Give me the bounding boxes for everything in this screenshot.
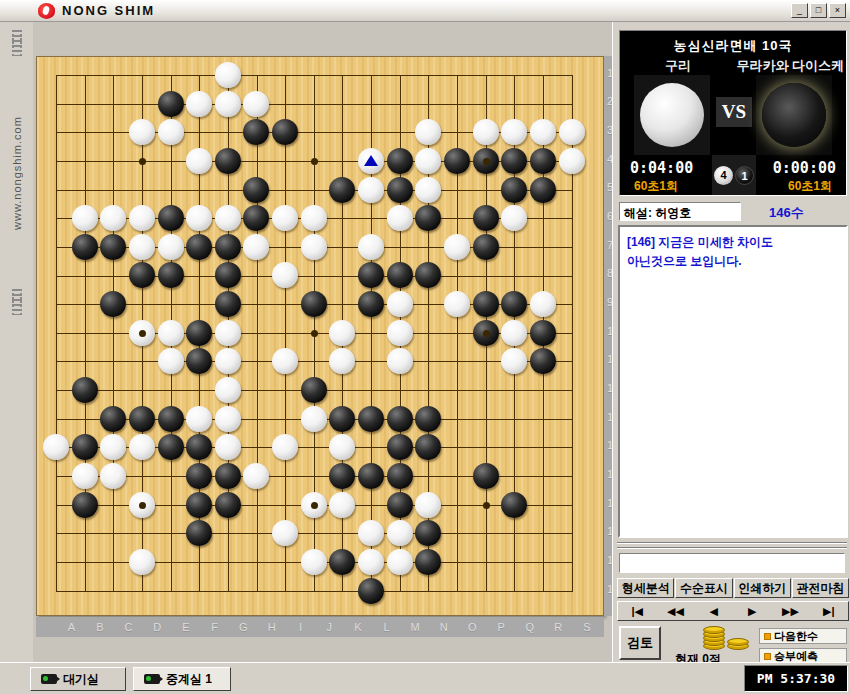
board-point-S16[interactable] bbox=[558, 491, 587, 520]
board-point-Q17[interactable] bbox=[500, 519, 529, 548]
board-point-L9[interactable] bbox=[357, 290, 386, 319]
board-point-A17[interactable] bbox=[42, 519, 71, 548]
board-point-I19[interactable] bbox=[271, 577, 300, 606]
board-point-O2[interactable] bbox=[443, 90, 472, 119]
board-point-D7[interactable] bbox=[128, 233, 157, 262]
board-point-O18[interactable] bbox=[443, 548, 472, 577]
board-point-M18[interactable] bbox=[386, 548, 415, 577]
board-point-K17[interactable] bbox=[328, 519, 357, 548]
board-point-G7[interactable] bbox=[214, 233, 243, 262]
board-point-H1[interactable] bbox=[242, 61, 271, 90]
board-point-R19[interactable] bbox=[529, 577, 558, 606]
board-point-I5[interactable] bbox=[271, 176, 300, 205]
board-point-J3[interactable] bbox=[300, 118, 329, 147]
board-point-G6[interactable] bbox=[214, 204, 243, 233]
board-point-S7[interactable] bbox=[558, 233, 587, 262]
board-point-P9[interactable] bbox=[472, 290, 501, 319]
broadcast-room-button[interactable]: 중계실 1 bbox=[133, 667, 231, 691]
board-point-B9[interactable] bbox=[71, 290, 100, 319]
board-point-K4[interactable] bbox=[328, 147, 357, 176]
board-point-N6[interactable] bbox=[414, 204, 443, 233]
board-point-M12[interactable] bbox=[386, 376, 415, 405]
board-point-D17[interactable] bbox=[128, 519, 157, 548]
board-point-E1[interactable] bbox=[157, 61, 186, 90]
board-point-E2[interactable] bbox=[157, 90, 186, 119]
board-point-Q18[interactable] bbox=[500, 548, 529, 577]
board-point-A1[interactable] bbox=[42, 61, 71, 90]
board-point-K3[interactable] bbox=[328, 118, 357, 147]
board-point-E3[interactable] bbox=[157, 118, 186, 147]
board-point-B11[interactable] bbox=[71, 347, 100, 376]
board-point-O17[interactable] bbox=[443, 519, 472, 548]
board-point-C1[interactable] bbox=[99, 61, 128, 90]
board-point-P3[interactable] bbox=[472, 118, 501, 147]
board-point-J8[interactable] bbox=[300, 261, 329, 290]
board-point-H11[interactable] bbox=[242, 347, 271, 376]
board-point-I4[interactable] bbox=[271, 147, 300, 176]
board-point-F18[interactable] bbox=[185, 548, 214, 577]
nav-button-3[interactable]: ▶ bbox=[733, 602, 771, 620]
board-point-R12[interactable] bbox=[529, 376, 558, 405]
board-point-H13[interactable] bbox=[242, 405, 271, 434]
board-point-K8[interactable] bbox=[328, 261, 357, 290]
board-point-R10[interactable] bbox=[529, 319, 558, 348]
board-point-E15[interactable] bbox=[157, 462, 186, 491]
board-point-S6[interactable] bbox=[558, 204, 587, 233]
board-point-R3[interactable] bbox=[529, 118, 558, 147]
board-point-F6[interactable] bbox=[185, 204, 214, 233]
board-point-P18[interactable] bbox=[472, 548, 501, 577]
board-point-I9[interactable] bbox=[271, 290, 300, 319]
board-point-G14[interactable] bbox=[214, 433, 243, 462]
board-point-S15[interactable] bbox=[558, 462, 587, 491]
board-point-B17[interactable] bbox=[71, 519, 100, 548]
board-point-S4[interactable] bbox=[558, 147, 587, 176]
board-point-D18[interactable] bbox=[128, 548, 157, 577]
waiting-room-button[interactable]: 대기실 bbox=[30, 667, 126, 691]
board-point-M7[interactable] bbox=[386, 233, 415, 262]
nav-button-2[interactable]: ◀ bbox=[695, 602, 733, 620]
board-point-R13[interactable] bbox=[529, 405, 558, 434]
board-point-G19[interactable] bbox=[214, 577, 243, 606]
board-point-A19[interactable] bbox=[42, 577, 71, 606]
board-point-H3[interactable] bbox=[242, 118, 271, 147]
board-point-I13[interactable] bbox=[271, 405, 300, 434]
board-point-F3[interactable] bbox=[185, 118, 214, 147]
board-point-B19[interactable] bbox=[71, 577, 100, 606]
board-point-S18[interactable] bbox=[558, 548, 587, 577]
board-point-I17[interactable] bbox=[271, 519, 300, 548]
board-point-F8[interactable] bbox=[185, 261, 214, 290]
board-point-H10[interactable] bbox=[242, 319, 271, 348]
board-point-A11[interactable] bbox=[42, 347, 71, 376]
board-point-H9[interactable] bbox=[242, 290, 271, 319]
board-point-R15[interactable] bbox=[529, 462, 558, 491]
board-point-N9[interactable] bbox=[414, 290, 443, 319]
board-point-H5[interactable] bbox=[242, 176, 271, 205]
board-point-B16[interactable] bbox=[71, 491, 100, 520]
board-point-F10[interactable] bbox=[185, 319, 214, 348]
board-point-R16[interactable] bbox=[529, 491, 558, 520]
board-point-G17[interactable] bbox=[214, 519, 243, 548]
board-point-O19[interactable] bbox=[443, 577, 472, 606]
board-point-G15[interactable] bbox=[214, 462, 243, 491]
board-point-P14[interactable] bbox=[472, 433, 501, 462]
board-point-P11[interactable] bbox=[472, 347, 501, 376]
board-point-Q11[interactable] bbox=[500, 347, 529, 376]
board-point-L17[interactable] bbox=[357, 519, 386, 548]
board-point-O5[interactable] bbox=[443, 176, 472, 205]
board-point-M8[interactable] bbox=[386, 261, 415, 290]
board-point-C6[interactable] bbox=[99, 204, 128, 233]
board-point-B13[interactable] bbox=[71, 405, 100, 434]
board-point-A13[interactable] bbox=[42, 405, 71, 434]
board-point-L4[interactable] bbox=[357, 147, 386, 176]
commentary-box[interactable]: [146] 지금은 미세한 차이도 아닌것으로 보입니다. bbox=[618, 225, 848, 538]
board-point-S13[interactable] bbox=[558, 405, 587, 434]
board-point-R5[interactable] bbox=[529, 176, 558, 205]
board-point-B4[interactable] bbox=[71, 147, 100, 176]
board-point-K11[interactable] bbox=[328, 347, 357, 376]
board-point-A18[interactable] bbox=[42, 548, 71, 577]
board-point-C12[interactable] bbox=[99, 376, 128, 405]
board-point-P1[interactable] bbox=[472, 61, 501, 90]
board-point-F13[interactable] bbox=[185, 405, 214, 434]
board-point-O1[interactable] bbox=[443, 61, 472, 90]
board-point-F11[interactable] bbox=[185, 347, 214, 376]
board-point-O3[interactable] bbox=[443, 118, 472, 147]
chat-input[interactable] bbox=[619, 553, 845, 573]
board-point-H8[interactable] bbox=[242, 261, 271, 290]
board-point-K1[interactable] bbox=[328, 61, 357, 90]
board-point-R9[interactable] bbox=[529, 290, 558, 319]
board-point-S19[interactable] bbox=[558, 577, 587, 606]
board-point-L19[interactable] bbox=[357, 577, 386, 606]
board-point-J13[interactable] bbox=[300, 405, 329, 434]
board-point-G2[interactable] bbox=[214, 90, 243, 119]
board-point-H17[interactable] bbox=[242, 519, 271, 548]
board-point-F12[interactable] bbox=[185, 376, 214, 405]
board-point-H12[interactable] bbox=[242, 376, 271, 405]
board-point-E8[interactable] bbox=[157, 261, 186, 290]
board-point-I6[interactable] bbox=[271, 204, 300, 233]
board-point-S14[interactable] bbox=[558, 433, 587, 462]
board-point-P2[interactable] bbox=[472, 90, 501, 119]
board-point-N16[interactable] bbox=[414, 491, 443, 520]
board-point-J15[interactable] bbox=[300, 462, 329, 491]
board-point-Q8[interactable] bbox=[500, 261, 529, 290]
board-point-B15[interactable] bbox=[71, 462, 100, 491]
board-point-M10[interactable] bbox=[386, 319, 415, 348]
board-point-C16[interactable] bbox=[99, 491, 128, 520]
board-point-M9[interactable] bbox=[386, 290, 415, 319]
board-point-Q15[interactable] bbox=[500, 462, 529, 491]
board-point-A16[interactable] bbox=[42, 491, 71, 520]
board-point-J6[interactable] bbox=[300, 204, 329, 233]
board-point-H14[interactable] bbox=[242, 433, 271, 462]
board-point-A10[interactable] bbox=[42, 319, 71, 348]
board-point-N19[interactable] bbox=[414, 577, 443, 606]
board-point-C13[interactable] bbox=[99, 405, 128, 434]
board-point-N14[interactable] bbox=[414, 433, 443, 462]
board-point-R14[interactable] bbox=[529, 433, 558, 462]
board-point-Q12[interactable] bbox=[500, 376, 529, 405]
board-point-B8[interactable] bbox=[71, 261, 100, 290]
board-point-G3[interactable] bbox=[214, 118, 243, 147]
board-point-I16[interactable] bbox=[271, 491, 300, 520]
board-point-K9[interactable] bbox=[328, 290, 357, 319]
board-point-F19[interactable] bbox=[185, 577, 214, 606]
board-point-K15[interactable] bbox=[328, 462, 357, 491]
board-point-M5[interactable] bbox=[386, 176, 415, 205]
board-point-B3[interactable] bbox=[71, 118, 100, 147]
board-point-G4[interactable] bbox=[214, 147, 243, 176]
board-point-K6[interactable] bbox=[328, 204, 357, 233]
board-point-P15[interactable] bbox=[472, 462, 501, 491]
board-point-D9[interactable] bbox=[128, 290, 157, 319]
board-point-H15[interactable] bbox=[242, 462, 271, 491]
board-point-N2[interactable] bbox=[414, 90, 443, 119]
board-point-Q3[interactable] bbox=[500, 118, 529, 147]
board-point-L11[interactable] bbox=[357, 347, 386, 376]
board-point-B6[interactable] bbox=[71, 204, 100, 233]
board-point-P12[interactable] bbox=[472, 376, 501, 405]
board-point-N10[interactable] bbox=[414, 319, 443, 348]
board-point-G8[interactable] bbox=[214, 261, 243, 290]
board-point-J5[interactable] bbox=[300, 176, 329, 205]
board-point-N17[interactable] bbox=[414, 519, 443, 548]
board-point-L12[interactable] bbox=[357, 376, 386, 405]
board-point-E11[interactable] bbox=[157, 347, 186, 376]
board-point-L8[interactable] bbox=[357, 261, 386, 290]
board-point-Q13[interactable] bbox=[500, 405, 529, 434]
board-point-K13[interactable] bbox=[328, 405, 357, 434]
board-point-H7[interactable] bbox=[242, 233, 271, 262]
board-point-L6[interactable] bbox=[357, 204, 386, 233]
board-point-G1[interactable] bbox=[214, 61, 243, 90]
board-point-C2[interactable] bbox=[99, 90, 128, 119]
board-point-S10[interactable] bbox=[558, 319, 587, 348]
board-point-K18[interactable] bbox=[328, 548, 357, 577]
board-point-O7[interactable] bbox=[443, 233, 472, 262]
board-point-O10[interactable] bbox=[443, 319, 472, 348]
board-point-E12[interactable] bbox=[157, 376, 186, 405]
board-point-J1[interactable] bbox=[300, 61, 329, 90]
board-point-M16[interactable] bbox=[386, 491, 415, 520]
board-point-K16[interactable] bbox=[328, 491, 357, 520]
board-point-S8[interactable] bbox=[558, 261, 587, 290]
board-point-E9[interactable] bbox=[157, 290, 186, 319]
board-point-D19[interactable] bbox=[128, 577, 157, 606]
board-point-E19[interactable] bbox=[157, 577, 186, 606]
board-point-R4[interactable] bbox=[529, 147, 558, 176]
board-point-B18[interactable] bbox=[71, 548, 100, 577]
board-point-A5[interactable] bbox=[42, 176, 71, 205]
board-point-M6[interactable] bbox=[386, 204, 415, 233]
board-point-A7[interactable] bbox=[42, 233, 71, 262]
board-point-S11[interactable] bbox=[558, 347, 587, 376]
board-point-C11[interactable] bbox=[99, 347, 128, 376]
board-point-H18[interactable] bbox=[242, 548, 271, 577]
board-point-I15[interactable] bbox=[271, 462, 300, 491]
nav-button-4[interactable]: ▶▶ bbox=[771, 602, 809, 620]
board-point-Q4[interactable] bbox=[500, 147, 529, 176]
board-point-E13[interactable] bbox=[157, 405, 186, 434]
board-point-I8[interactable] bbox=[271, 261, 300, 290]
board-point-N8[interactable] bbox=[414, 261, 443, 290]
board-point-M14[interactable] bbox=[386, 433, 415, 462]
board-point-S12[interactable] bbox=[558, 376, 587, 405]
nav-button-0[interactable]: |◀ bbox=[618, 602, 656, 620]
board-point-S5[interactable] bbox=[558, 176, 587, 205]
board-point-N11[interactable] bbox=[414, 347, 443, 376]
board-point-P6[interactable] bbox=[472, 204, 501, 233]
board-point-J2[interactable] bbox=[300, 90, 329, 119]
board-point-L5[interactable] bbox=[357, 176, 386, 205]
board-point-R17[interactable] bbox=[529, 519, 558, 548]
board-point-S3[interactable] bbox=[558, 118, 587, 147]
board-point-D1[interactable] bbox=[128, 61, 157, 90]
board-point-D12[interactable] bbox=[128, 376, 157, 405]
board-point-I3[interactable] bbox=[271, 118, 300, 147]
board-point-F7[interactable] bbox=[185, 233, 214, 262]
board-point-L13[interactable] bbox=[357, 405, 386, 434]
board-point-E4[interactable] bbox=[157, 147, 186, 176]
board-point-D5[interactable] bbox=[128, 176, 157, 205]
board-point-C9[interactable] bbox=[99, 290, 128, 319]
board-point-C18[interactable] bbox=[99, 548, 128, 577]
board-point-F1[interactable] bbox=[185, 61, 214, 90]
board-point-G16[interactable] bbox=[214, 491, 243, 520]
board-point-S2[interactable] bbox=[558, 90, 587, 119]
board-point-F2[interactable] bbox=[185, 90, 214, 119]
board-point-H19[interactable] bbox=[242, 577, 271, 606]
board-point-O16[interactable] bbox=[443, 491, 472, 520]
board-point-P13[interactable] bbox=[472, 405, 501, 434]
board-point-L1[interactable] bbox=[357, 61, 386, 90]
board-point-N7[interactable] bbox=[414, 233, 443, 262]
board-point-D6[interactable] bbox=[128, 204, 157, 233]
board-point-E7[interactable] bbox=[157, 233, 186, 262]
board-point-A3[interactable] bbox=[42, 118, 71, 147]
board-point-I1[interactable] bbox=[271, 61, 300, 90]
board-point-M2[interactable] bbox=[386, 90, 415, 119]
board-point-H2[interactable] bbox=[242, 90, 271, 119]
board-point-O11[interactable] bbox=[443, 347, 472, 376]
board-point-B14[interactable] bbox=[71, 433, 100, 462]
board-point-O14[interactable] bbox=[443, 433, 472, 462]
board-point-I14[interactable] bbox=[271, 433, 300, 462]
board-point-D11[interactable] bbox=[128, 347, 157, 376]
board-point-C7[interactable] bbox=[99, 233, 128, 262]
board-point-G18[interactable] bbox=[214, 548, 243, 577]
board-point-Q14[interactable] bbox=[500, 433, 529, 462]
board-point-D13[interactable] bbox=[128, 405, 157, 434]
button-관전마침[interactable]: 관전마침 bbox=[792, 578, 849, 598]
board-point-J14[interactable] bbox=[300, 433, 329, 462]
board-point-Q6[interactable] bbox=[500, 204, 529, 233]
board-point-N3[interactable] bbox=[414, 118, 443, 147]
board-point-C10[interactable] bbox=[99, 319, 128, 348]
board-point-E16[interactable] bbox=[157, 491, 186, 520]
board-point-A4[interactable] bbox=[42, 147, 71, 176]
board-point-H6[interactable] bbox=[242, 204, 271, 233]
board-point-B7[interactable] bbox=[71, 233, 100, 262]
board-point-J12[interactable] bbox=[300, 376, 329, 405]
board-point-Q19[interactable] bbox=[500, 577, 529, 606]
button-형세분석[interactable]: 형세분석 bbox=[617, 578, 674, 598]
board-point-H16[interactable] bbox=[242, 491, 271, 520]
board-point-M4[interactable] bbox=[386, 147, 415, 176]
board-point-A9[interactable] bbox=[42, 290, 71, 319]
board-point-A14[interactable] bbox=[42, 433, 71, 462]
board-point-L7[interactable] bbox=[357, 233, 386, 262]
board-point-I11[interactable] bbox=[271, 347, 300, 376]
button-수순표시[interactable]: 수순표시 bbox=[675, 578, 732, 598]
board-point-L18[interactable] bbox=[357, 548, 386, 577]
board-point-R1[interactable] bbox=[529, 61, 558, 90]
board-point-R8[interactable] bbox=[529, 261, 558, 290]
board-point-L15[interactable] bbox=[357, 462, 386, 491]
board-point-Q16[interactable] bbox=[500, 491, 529, 520]
board-point-F17[interactable] bbox=[185, 519, 214, 548]
board-point-F5[interactable] bbox=[185, 176, 214, 205]
board-point-R7[interactable] bbox=[529, 233, 558, 262]
board-point-P17[interactable] bbox=[472, 519, 501, 548]
board-point-G11[interactable] bbox=[214, 347, 243, 376]
board-point-L2[interactable] bbox=[357, 90, 386, 119]
minimize-button[interactable]: _ bbox=[791, 3, 808, 18]
board-point-F14[interactable] bbox=[185, 433, 214, 462]
board-point-K7[interactable] bbox=[328, 233, 357, 262]
board-point-A15[interactable] bbox=[42, 462, 71, 491]
board-point-D15[interactable] bbox=[128, 462, 157, 491]
board-point-G13[interactable] bbox=[214, 405, 243, 434]
board-point-I2[interactable] bbox=[271, 90, 300, 119]
board-point-D2[interactable] bbox=[128, 90, 157, 119]
board-point-Q9[interactable] bbox=[500, 290, 529, 319]
board-point-N13[interactable] bbox=[414, 405, 443, 434]
board-point-S1[interactable] bbox=[558, 61, 587, 90]
board-point-K12[interactable] bbox=[328, 376, 357, 405]
board-point-C5[interactable] bbox=[99, 176, 128, 205]
board-point-I7[interactable] bbox=[271, 233, 300, 262]
board-point-P7[interactable] bbox=[472, 233, 501, 262]
board-point-B10[interactable] bbox=[71, 319, 100, 348]
board-point-N15[interactable] bbox=[414, 462, 443, 491]
board-point-E5[interactable] bbox=[157, 176, 186, 205]
board-point-C17[interactable] bbox=[99, 519, 128, 548]
board-point-L14[interactable] bbox=[357, 433, 386, 462]
board-point-O8[interactable] bbox=[443, 261, 472, 290]
board-point-G10[interactable] bbox=[214, 319, 243, 348]
board-point-C8[interactable] bbox=[99, 261, 128, 290]
board-point-Q7[interactable] bbox=[500, 233, 529, 262]
board-point-K5[interactable] bbox=[328, 176, 357, 205]
board-point-F9[interactable] bbox=[185, 290, 214, 319]
board-point-J9[interactable] bbox=[300, 290, 329, 319]
board-point-O6[interactable] bbox=[443, 204, 472, 233]
board-point-O13[interactable] bbox=[443, 405, 472, 434]
board-point-F15[interactable] bbox=[185, 462, 214, 491]
board-point-K19[interactable] bbox=[328, 577, 357, 606]
board-point-E18[interactable] bbox=[157, 548, 186, 577]
board-point-R6[interactable] bbox=[529, 204, 558, 233]
board-point-S9[interactable] bbox=[558, 290, 587, 319]
board-point-A2[interactable] bbox=[42, 90, 71, 119]
board-point-M1[interactable] bbox=[386, 61, 415, 90]
board-point-M13[interactable] bbox=[386, 405, 415, 434]
